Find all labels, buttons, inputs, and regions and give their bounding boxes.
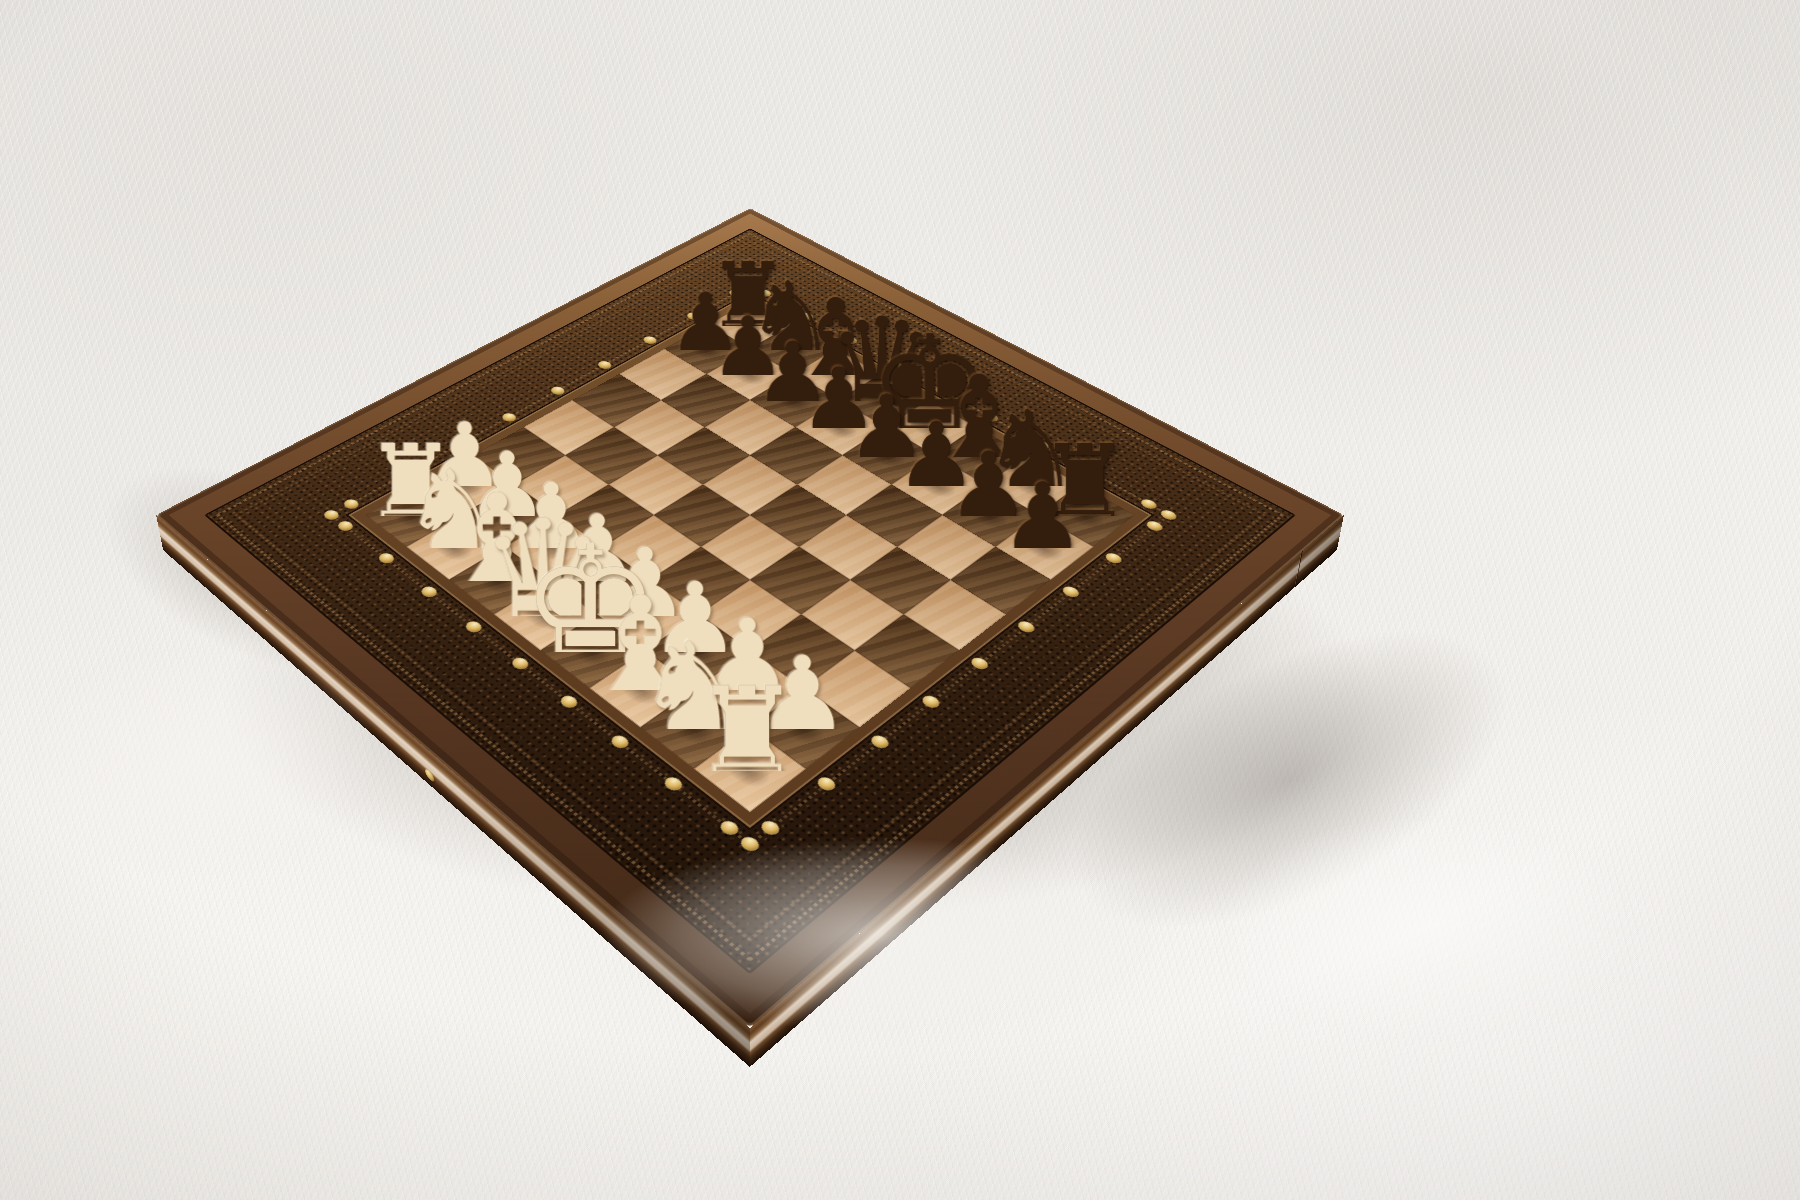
vignette xyxy=(0,0,1800,1200)
photo-scene: ♜♞♝♛♚♝♞♜♟♟♟♟♟♟♟♟♟♟♟♟♟♟♟♟♜♞♝♛♚♝♞♜ xyxy=(0,0,1800,1200)
